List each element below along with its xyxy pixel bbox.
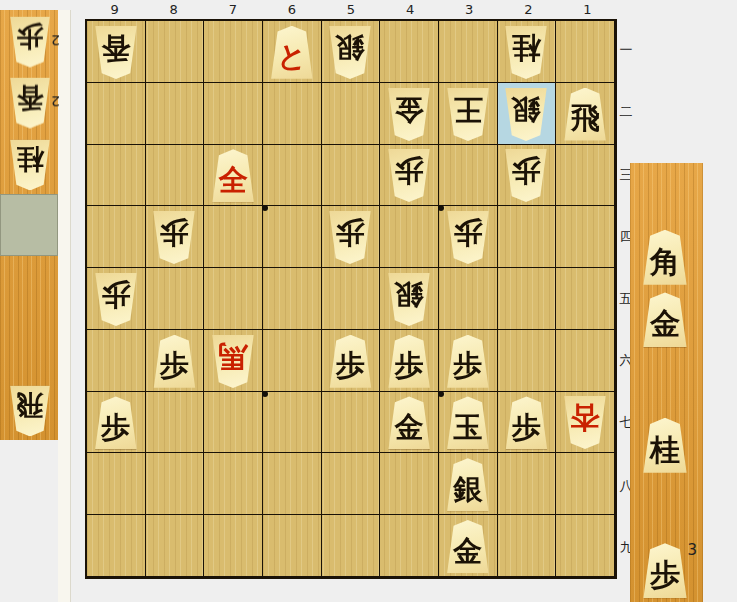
square-4c[interactable]: 歩 (380, 145, 439, 207)
piece-kanji: 桂 (17, 147, 44, 183)
gote-piece-馬[interactable]: 馬 (210, 335, 256, 388)
sente-piece-歩[interactable]: 歩 (8, 16, 52, 67)
gote-hand-slot-1[interactable]: 2香 (0, 71, 58, 132)
square-5e[interactable] (322, 268, 381, 330)
square-1g[interactable]: 杏 (556, 392, 615, 454)
gote-piece-歩[interactable]: 歩 (503, 149, 549, 202)
file-label-1: 1 (558, 0, 617, 18)
square-2f[interactable] (498, 330, 557, 392)
sente-piece-全[interactable]: 全 (210, 149, 256, 202)
square-4a[interactable] (380, 21, 439, 83)
square-9a[interactable]: 香 (87, 21, 146, 83)
piece-kanji: 歩 (17, 24, 44, 60)
sente-piece-銀[interactable]: 銀 (445, 458, 491, 511)
gote-piece-香[interactable]: 香 (93, 26, 139, 79)
sente-piece-桂[interactable]: 桂 (8, 139, 52, 190)
piece-kanji: 歩 (160, 342, 189, 380)
file-label-5: 5 (321, 0, 380, 18)
square-2c[interactable]: 歩 (498, 145, 557, 207)
sente-hand-slot-6[interactable]: 歩3 (630, 539, 703, 602)
square-3b[interactable]: 王 (439, 83, 498, 145)
square-4b[interactable]: 金 (380, 83, 439, 145)
gote-hand-count: 2 (51, 94, 60, 110)
file-label-9: 9 (85, 0, 144, 18)
square-3i[interactable]: 金 (439, 515, 498, 577)
square-6e[interactable] (263, 268, 322, 330)
file-label-3: 3 (440, 0, 499, 18)
sente-hand-slot-3[interactable] (630, 351, 703, 414)
gote-hand-slot-5[interactable] (0, 317, 58, 378)
square-7b[interactable] (204, 83, 263, 145)
piece-kanji: 歩 (101, 404, 130, 442)
gote-hand-tray: 2歩2香桂飛 (0, 10, 58, 440)
square-7h[interactable] (204, 453, 263, 515)
piece-kanji: と (277, 33, 307, 71)
square-9f[interactable] (87, 330, 146, 392)
sente-hand-count: 3 (687, 541, 697, 559)
square-7i[interactable] (204, 515, 263, 577)
gote-hand-count: 2 (51, 33, 60, 49)
file-label-8: 8 (144, 0, 203, 18)
square-5c[interactable] (322, 145, 381, 207)
square-2a[interactable]: 桂 (498, 21, 557, 83)
shogi-board: 香と銀桂金王銀飛全歩歩歩歩歩歩銀歩馬歩歩歩歩金玉歩杏銀金 (85, 19, 617, 579)
square-4h[interactable] (380, 453, 439, 515)
piece-kanji: 銀 (336, 33, 365, 71)
file-label-6: 6 (262, 0, 321, 18)
square-5h[interactable] (322, 453, 381, 515)
sente-piece-歩[interactable]: 歩 (93, 396, 139, 449)
rank-label-b: 二 (618, 81, 634, 143)
square-6a[interactable]: と (263, 21, 322, 83)
piece-kanji: 歩 (336, 219, 365, 257)
square-6f[interactable] (263, 330, 322, 392)
square-5i[interactable] (322, 515, 381, 577)
sente-piece-歩[interactable]: 歩 (445, 335, 491, 388)
square-3e[interactable] (439, 268, 498, 330)
square-7f[interactable]: 馬 (204, 330, 263, 392)
shogi-app: 987654321 一二三四五六七八九 香と銀桂金王銀飛全歩歩歩歩歩歩銀歩馬歩歩… (0, 0, 737, 602)
square-5g[interactable] (322, 392, 381, 454)
square-1i[interactable] (556, 515, 615, 577)
square-1e[interactable] (556, 268, 615, 330)
square-5b[interactable] (322, 83, 381, 145)
square-1d[interactable] (556, 206, 615, 268)
square-8i[interactable] (146, 515, 205, 577)
square-9c[interactable] (87, 145, 146, 207)
piece-kanji: 桂 (512, 33, 541, 71)
sente-piece-金[interactable]: 金 (641, 292, 689, 347)
sente-piece-歩[interactable]: 歩 (327, 335, 373, 388)
square-3d[interactable]: 歩 (439, 206, 498, 268)
sente-piece-歩[interactable]: 歩 (641, 543, 689, 598)
gote-hand-slot-4[interactable] (0, 256, 58, 317)
file-label-4: 4 (381, 0, 440, 18)
sente-piece-飛[interactable]: 飛 (562, 88, 608, 141)
square-9i[interactable] (87, 515, 146, 577)
sente-piece-金[interactable]: 金 (445, 520, 491, 573)
piece-kanji: 歩 (650, 551, 680, 590)
sente-piece-歩[interactable]: 歩 (503, 396, 549, 449)
sente-piece-角[interactable]: 角 (641, 230, 689, 285)
square-6i[interactable] (263, 515, 322, 577)
piece-kanji: 銀 (395, 280, 424, 318)
square-8e[interactable] (146, 268, 205, 330)
piece-kanji: 金 (395, 404, 424, 442)
gote-hand-piece-wrap: 2香 (0, 71, 58, 132)
square-3c[interactable] (439, 145, 498, 207)
sente-piece-と[interactable]: と (269, 26, 315, 79)
piece-kanji: 歩 (512, 404, 541, 442)
square-9g[interactable]: 歩 (87, 392, 146, 454)
sente-piece-香[interactable]: 香 (8, 78, 52, 129)
gote-piece-歩[interactable]: 歩 (151, 211, 197, 264)
square-3h[interactable]: 銀 (439, 453, 498, 515)
piece-kanji: 金 (453, 528, 482, 566)
gote-piece-金[interactable]: 金 (386, 88, 432, 141)
piece-kanji: 歩 (453, 342, 482, 380)
gote-piece-歩[interactable]: 歩 (327, 211, 373, 264)
sente-hand-slot-2[interactable]: 金 (630, 288, 703, 351)
piece-kanji: 香 (101, 33, 130, 71)
piece-kanji: 飛 (571, 95, 600, 133)
piece-kanji: 歩 (101, 280, 130, 318)
square-8b[interactable] (146, 83, 205, 145)
piece-kanji: 角 (650, 238, 680, 277)
piece-kanji: 桂 (650, 426, 680, 465)
piece-kanji: 銀 (453, 466, 482, 504)
gote-hand-piece-wrap: 飛 (0, 379, 58, 440)
square-9d[interactable] (87, 206, 146, 268)
piece-kanji: 王 (453, 95, 482, 133)
square-5f[interactable]: 歩 (322, 330, 381, 392)
square-9e[interactable]: 歩 (87, 268, 146, 330)
square-1c[interactable] (556, 145, 615, 207)
square-1a[interactable] (556, 21, 615, 83)
square-8d[interactable]: 歩 (146, 206, 205, 268)
gote-hand-slot-0[interactable]: 2歩 (0, 10, 58, 71)
star-point (438, 391, 444, 397)
rank-label-a: 一 (618, 19, 634, 81)
square-2g[interactable]: 歩 (498, 392, 557, 454)
gote-hand-piece-wrap: 2歩 (0, 10, 58, 71)
square-8h[interactable] (146, 453, 205, 515)
piece-kanji: 玉 (453, 404, 482, 442)
piece-kanji: 歩 (395, 157, 424, 195)
square-2i[interactable] (498, 515, 557, 577)
file-labels: 987654321 (85, 0, 617, 18)
square-2e[interactable] (498, 268, 557, 330)
gote-piece-銀[interactable]: 銀 (503, 88, 549, 141)
piece-kanji: 飛 (17, 392, 44, 428)
gote-piece-歩[interactable]: 歩 (386, 149, 432, 202)
square-8f[interactable]: 歩 (146, 330, 205, 392)
gote-piece-銀[interactable]: 銀 (386, 273, 432, 326)
gote-piece-銀[interactable]: 銀 (327, 26, 373, 79)
square-4g[interactable]: 金 (380, 392, 439, 454)
sente-piece-玉[interactable]: 玉 (445, 396, 491, 449)
piece-kanji: 歩 (395, 342, 424, 380)
sente-hand-slot-4[interactable]: 桂 (630, 414, 703, 477)
square-6g[interactable] (263, 392, 322, 454)
square-2h[interactable] (498, 453, 557, 515)
star-point (438, 205, 444, 211)
square-3f[interactable]: 歩 (439, 330, 498, 392)
square-7c[interactable]: 全 (204, 145, 263, 207)
sente-hand-slot-0[interactable] (630, 163, 703, 226)
piece-kanji: 歩 (453, 219, 482, 257)
file-label-2: 2 (499, 0, 558, 18)
square-8g[interactable] (146, 392, 205, 454)
board-grid: 香と銀桂金王銀飛全歩歩歩歩歩歩銀歩馬歩歩歩歩金玉歩杏銀金 (87, 21, 615, 577)
gote-piece-歩[interactable]: 歩 (93, 273, 139, 326)
square-7e[interactable] (204, 268, 263, 330)
gote-piece-歩[interactable]: 歩 (445, 211, 491, 264)
piece-kanji: 金 (650, 300, 680, 339)
sente-hand-tray: 角金桂歩3 (630, 163, 703, 602)
square-2b[interactable]: 銀 (498, 83, 557, 145)
sente-piece-金[interactable]: 金 (386, 396, 432, 449)
square-1h[interactable] (556, 453, 615, 515)
square-1b[interactable]: 飛 (556, 83, 615, 145)
sente-piece-桂[interactable]: 桂 (641, 418, 689, 473)
star-point (262, 391, 268, 397)
gote-hand-slot-6[interactable]: 飛 (0, 379, 58, 440)
file-label-7: 7 (203, 0, 262, 18)
square-5a[interactable]: 銀 (322, 21, 381, 83)
square-6h[interactable] (263, 453, 322, 515)
square-4f[interactable]: 歩 (380, 330, 439, 392)
piece-kanji: 杏 (571, 404, 600, 442)
sente-piece-歩[interactable]: 歩 (151, 335, 197, 388)
square-4i[interactable] (380, 515, 439, 577)
piece-kanji: 歩 (512, 157, 541, 195)
square-9b[interactable] (87, 83, 146, 145)
square-6b[interactable] (263, 83, 322, 145)
gote-hand-slot-3[interactable] (0, 194, 58, 255)
sente-hand-slot-1[interactable]: 角 (630, 226, 703, 289)
square-9h[interactable] (87, 453, 146, 515)
sente-piece-飛[interactable]: 飛 (8, 385, 52, 436)
piece-kanji: 全 (219, 157, 248, 195)
square-3g[interactable]: 玉 (439, 392, 498, 454)
square-3a[interactable] (439, 21, 498, 83)
square-7a[interactable] (204, 21, 263, 83)
square-7d[interactable] (204, 206, 263, 268)
square-6d[interactable] (263, 206, 322, 268)
square-8c[interactable] (146, 145, 205, 207)
square-6c[interactable] (263, 145, 322, 207)
square-2d[interactable] (498, 206, 557, 268)
sente-piece-歩[interactable]: 歩 (386, 335, 432, 388)
piece-kanji: 馬 (219, 342, 248, 380)
star-point (262, 205, 268, 211)
square-5d[interactable]: 歩 (322, 206, 381, 268)
square-1f[interactable] (556, 330, 615, 392)
square-8a[interactable] (146, 21, 205, 83)
piece-kanji: 歩 (336, 342, 365, 380)
square-4e[interactable]: 銀 (380, 268, 439, 330)
sente-hand-slot-5[interactable] (630, 477, 703, 540)
gote-piece-杏[interactable]: 杏 (562, 396, 608, 449)
piece-kanji: 香 (17, 85, 44, 121)
gote-hand-slot-2[interactable]: 桂 (0, 133, 58, 194)
gote-piece-桂[interactable]: 桂 (503, 26, 549, 79)
gote-piece-王[interactable]: 王 (445, 88, 491, 141)
piece-kanji: 金 (395, 95, 424, 133)
piece-kanji: 歩 (160, 219, 189, 257)
gote-hand-piece-wrap: 桂 (0, 133, 58, 194)
square-4d[interactable] (380, 206, 439, 268)
square-7g[interactable] (204, 392, 263, 454)
piece-kanji: 銀 (512, 95, 541, 133)
